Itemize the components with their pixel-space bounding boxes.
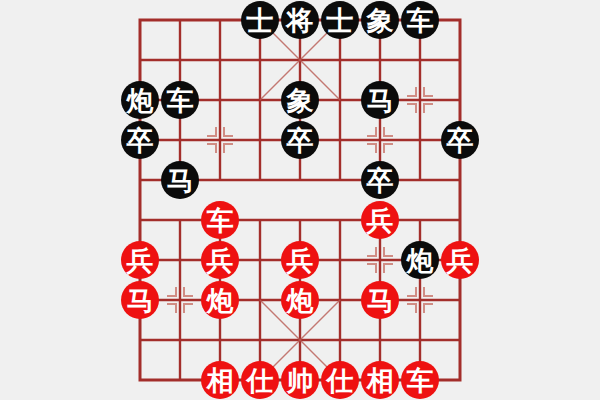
red-chariot[interactable]: 车 [401, 361, 439, 399]
red-general[interactable]: 帅 [281, 361, 319, 399]
red-advisor[interactable]: 仕 [241, 361, 279, 399]
black-soldier[interactable]: 卒 [441, 121, 479, 159]
red-soldier[interactable]: 兵 [121, 241, 159, 279]
red-horse[interactable]: 马 [121, 281, 159, 319]
red-chariot[interactable]: 车 [201, 201, 239, 239]
black-general[interactable]: 将 [281, 1, 319, 39]
black-soldier[interactable]: 卒 [281, 121, 319, 159]
red-soldier[interactable]: 兵 [281, 241, 319, 279]
xiangqi-board[interactable]: 士将士象车炮车象马卒卒卒马卒车兵兵兵兵炮兵马炮炮马相仕帅仕相车 [0, 0, 600, 400]
black-chariot[interactable]: 车 [161, 81, 199, 119]
black-advisor[interactable]: 士 [241, 1, 279, 39]
red-elephant[interactable]: 相 [201, 361, 239, 399]
black-horse[interactable]: 马 [161, 161, 199, 199]
black-cannon[interactable]: 炮 [121, 81, 159, 119]
red-soldier[interactable]: 兵 [441, 241, 479, 279]
red-elephant[interactable]: 相 [361, 361, 399, 399]
black-soldier[interactable]: 卒 [121, 121, 159, 159]
board-grid [0, 0, 600, 400]
red-advisor[interactable]: 仕 [321, 361, 359, 399]
black-horse[interactable]: 马 [361, 81, 399, 119]
red-cannon[interactable]: 炮 [281, 281, 319, 319]
red-horse[interactable]: 马 [361, 281, 399, 319]
black-soldier[interactable]: 卒 [361, 161, 399, 199]
red-cannon[interactable]: 炮 [201, 281, 239, 319]
black-elephant[interactable]: 象 [281, 81, 319, 119]
red-soldier[interactable]: 兵 [361, 201, 399, 239]
black-cannon[interactable]: 炮 [401, 241, 439, 279]
black-elephant[interactable]: 象 [361, 1, 399, 39]
black-chariot[interactable]: 车 [401, 1, 439, 39]
red-soldier[interactable]: 兵 [201, 241, 239, 279]
black-advisor[interactable]: 士 [321, 1, 359, 39]
